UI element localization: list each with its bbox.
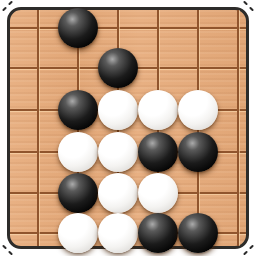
black-stone: [58, 173, 98, 213]
grid-line-vertical: [237, 10, 239, 246]
corner-mark: [243, 1, 248, 6]
black-stone: [138, 132, 178, 172]
corner-mark: [249, 245, 254, 250]
white-stone: [98, 132, 138, 172]
grid-line-vertical: [37, 10, 39, 246]
white-stone: [58, 132, 98, 172]
corner-mark: [2, 245, 7, 250]
white-stone: [98, 90, 138, 130]
grid-line-horizontal: [10, 27, 246, 29]
white-stone: [98, 173, 138, 213]
app-background: { "game": "go", "description": "Cropped …: [0, 0, 256, 256]
white-stone: [58, 213, 98, 253]
black-stone: [98, 48, 138, 88]
corner-mark: [8, 1, 13, 6]
black-stone: [58, 8, 98, 48]
black-stone: [178, 132, 218, 172]
corner-mark: [249, 7, 254, 12]
white-stone: [98, 213, 138, 253]
black-stone: [178, 213, 218, 253]
black-stone: [58, 90, 98, 130]
corner-mark: [8, 251, 13, 256]
black-stone: [138, 213, 178, 253]
white-stone: [138, 90, 178, 130]
corner-mark: [2, 7, 7, 12]
white-stone: [178, 90, 218, 130]
corner-mark: [243, 251, 248, 256]
go-board[interactable]: [7, 7, 249, 249]
white-stone: [138, 173, 178, 213]
